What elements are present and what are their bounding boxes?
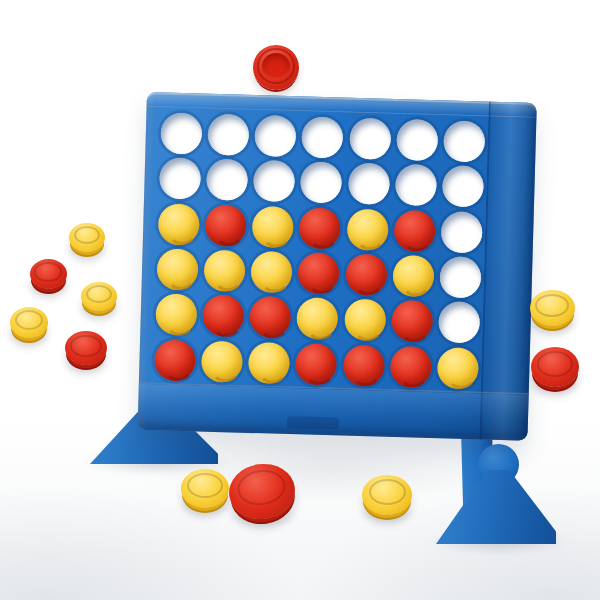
empty-hole-r3c7 [441,211,483,253]
yellow-piece-r4c1 [157,249,199,291]
yellow-piece-r5c4 [297,298,339,340]
loose-yellow-disc-6 [362,475,412,515]
yellow-piece-r5c1 [155,294,197,336]
piece-ridge [212,263,243,293]
scene [0,0,600,600]
disc-ring [187,473,223,498]
empty-hole-r2c4 [300,162,342,204]
piece-ridge [351,357,382,387]
yellow-piece-r4c6 [392,255,434,297]
disc-ring [235,466,288,508]
empty-hole-r1c7 [443,120,485,162]
disc-inner-circle [262,53,291,80]
disc-ring [15,310,43,330]
loose-yellow-disc-5 [181,469,229,508]
disc-ring [34,262,61,281]
red-piece-r4c5 [345,254,387,296]
piece-ridge [304,356,335,386]
piece-ridge [259,264,290,294]
piece-ridge [258,309,289,339]
piece-ridge [211,308,242,338]
yellow-piece-r4c3 [251,251,293,293]
empty-hole-r1c2 [207,114,249,156]
piece-ridge [163,307,194,337]
empty-hole-r1c4 [302,117,344,159]
disc-ring [537,351,573,377]
piece-ridge [307,220,338,250]
piece-ridge [400,268,431,298]
piece-ridge [306,265,337,295]
red-piece-r3c2 [205,205,247,247]
yellow-piece-r4c2 [204,250,246,292]
red-piece-r4c4 [298,252,340,294]
empty-hole-r4c7 [439,256,481,298]
disc-ring [369,479,406,505]
disc-ring [535,294,568,317]
piece-ridge [166,216,197,246]
piece-ridge [165,261,196,291]
empty-hole-r2c5 [348,163,390,205]
yellow-piece-r6c2 [201,340,243,382]
red-piece-r5c3 [250,296,292,338]
yellow-piece-r3c3 [252,206,294,248]
board-frame [138,92,537,441]
empty-hole-r1c5 [349,118,391,160]
yellow-piece-r6c3 [248,342,290,384]
red-piece-r5c6 [391,300,433,342]
red-piece-r5c2 [202,295,244,337]
red-piece-r3c6 [393,210,435,252]
empty-hole-r1c3 [255,115,297,157]
empty-hole-r1c6 [396,119,438,161]
red-piece-r6c5 [343,344,385,386]
piece-ridge [402,223,433,253]
empty-hole-r5c7 [438,302,480,344]
disc-ring [86,285,113,304]
piece-ridge [305,311,336,341]
loose-red-disc-3 [531,347,579,387]
loose-red-disc-2 [65,331,107,365]
piece-ridge [209,353,240,383]
piece-ridge [353,267,384,297]
empty-hole-r1c1 [160,113,202,155]
yellow-piece-r6c7 [437,347,479,389]
red-piece-r3c4 [299,207,341,249]
piece-ridge [213,217,244,247]
piece-ridge [256,355,287,385]
connect-four-board [138,92,537,441]
yellow-piece-r5c5 [344,299,386,341]
yellow-piece-r3c5 [346,208,388,250]
empty-hole-r2c2 [206,159,248,201]
yellow-piece-r3c1 [158,203,200,245]
loose-yellow-disc-4 [530,290,575,326]
disc-ring [74,226,101,245]
empty-hole-r2c6 [395,164,437,206]
empty-hole-r2c1 [159,158,201,200]
piece-ridge [354,221,385,251]
piece-ridge [260,219,291,249]
red-piece-r6c6 [390,346,432,388]
piece-ridge [398,359,429,389]
loose-yellow-disc-2 [81,282,117,311]
red-piece-r6c4 [295,343,337,385]
bottom-rail-notch [287,416,339,429]
empty-hole-r2c3 [253,161,295,203]
piece-ridge [399,313,430,343]
loose-yellow-disc-1 [69,223,105,252]
loose-red-disc-1 [30,259,67,289]
disc-ring [70,335,101,357]
empty-hole-r2c7 [442,166,484,208]
falling-red-disc [253,45,299,90]
loose-yellow-disc-3 [10,307,48,338]
red-piece-r6c1 [154,339,196,381]
piece-ridge [445,360,476,390]
piece-ridge [162,352,193,382]
piece-ridge [352,312,383,342]
board-grid [151,110,488,391]
